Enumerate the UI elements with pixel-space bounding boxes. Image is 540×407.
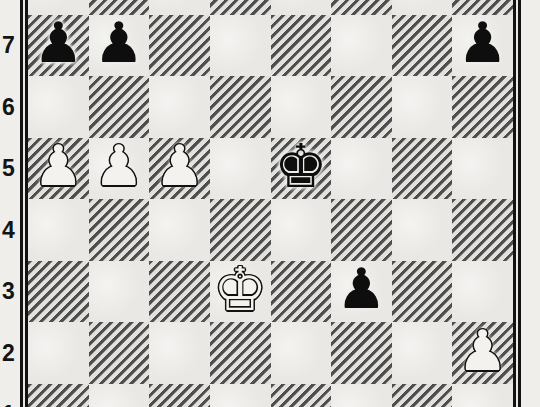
rank-label-4: 4 bbox=[0, 216, 17, 244]
square-g5[interactable] bbox=[392, 138, 453, 200]
square-c2[interactable] bbox=[149, 322, 210, 384]
black-pawn-f3[interactable]: ♟ bbox=[336, 261, 386, 317]
black-king-e5[interactable]: ♚ bbox=[274, 138, 328, 197]
square-f8[interactable] bbox=[331, 0, 392, 15]
black-pawn-b7[interactable]: ♟ bbox=[94, 15, 144, 71]
square-g6[interactable] bbox=[392, 76, 453, 138]
square-c3[interactable] bbox=[149, 261, 210, 323]
square-a2[interactable] bbox=[28, 322, 89, 384]
square-g4[interactable] bbox=[392, 199, 453, 261]
square-d2[interactable] bbox=[210, 322, 271, 384]
rank-label-5: 5 bbox=[0, 154, 17, 182]
square-d5[interactable] bbox=[210, 138, 271, 200]
white-pawn-h2[interactable]: ♟ bbox=[458, 323, 508, 379]
black-pawn-h7[interactable]: ♟ bbox=[458, 15, 508, 71]
square-h8[interactable] bbox=[452, 0, 513, 15]
square-h2[interactable]: ♟ bbox=[452, 322, 513, 384]
square-b8[interactable] bbox=[89, 0, 150, 15]
square-e3[interactable] bbox=[271, 261, 332, 323]
square-h3[interactable] bbox=[452, 261, 513, 323]
square-e7[interactable] bbox=[271, 15, 332, 77]
square-h7[interactable]: ♟ bbox=[452, 15, 513, 77]
square-b3[interactable] bbox=[89, 261, 150, 323]
square-h4[interactable] bbox=[452, 199, 513, 261]
white-king-d3[interactable]: ♚ bbox=[213, 261, 267, 320]
square-e5[interactable]: ♚ bbox=[271, 138, 332, 200]
black-pawn-a7[interactable]: ♟ bbox=[33, 15, 83, 71]
square-d6[interactable] bbox=[210, 76, 271, 138]
square-c6[interactable] bbox=[149, 76, 210, 138]
square-h6[interactable] bbox=[452, 76, 513, 138]
square-b2[interactable] bbox=[89, 322, 150, 384]
square-a6[interactable] bbox=[28, 76, 89, 138]
square-c1[interactable] bbox=[149, 384, 210, 407]
square-g7[interactable] bbox=[392, 15, 453, 77]
square-h1[interactable] bbox=[452, 384, 513, 407]
square-a1[interactable] bbox=[28, 384, 89, 407]
square-f2[interactable] bbox=[331, 322, 392, 384]
white-pawn-b5[interactable]: ♟ bbox=[94, 138, 144, 194]
square-a8[interactable] bbox=[28, 0, 89, 15]
square-f5[interactable] bbox=[331, 138, 392, 200]
square-c4[interactable] bbox=[149, 199, 210, 261]
square-b7[interactable]: ♟ bbox=[89, 15, 150, 77]
square-c7[interactable] bbox=[149, 15, 210, 77]
square-a5[interactable]: ♟ bbox=[28, 138, 89, 200]
rank-label-3: 3 bbox=[0, 277, 17, 305]
square-c5[interactable]: ♟ bbox=[149, 138, 210, 200]
chess-diagram: 7654321 ♟♟♟♟♟♟♚♚♟♟ bbox=[0, 0, 540, 407]
square-e1[interactable] bbox=[271, 384, 332, 407]
square-f4[interactable] bbox=[331, 199, 392, 261]
square-d7[interactable] bbox=[210, 15, 271, 77]
square-d1[interactable] bbox=[210, 384, 271, 407]
square-a4[interactable] bbox=[28, 199, 89, 261]
rank-label-2: 2 bbox=[0, 339, 17, 367]
square-f7[interactable] bbox=[331, 15, 392, 77]
square-d3[interactable]: ♚ bbox=[210, 261, 271, 323]
rank-label-7: 7 bbox=[0, 31, 17, 59]
square-h5[interactable] bbox=[452, 138, 513, 200]
board-frame: ♟♟♟♟♟♟♚♚♟♟ bbox=[20, 0, 521, 407]
square-e8[interactable] bbox=[271, 0, 332, 15]
square-a7[interactable]: ♟ bbox=[28, 15, 89, 77]
square-d8[interactable] bbox=[210, 0, 271, 15]
square-g1[interactable] bbox=[392, 384, 453, 407]
square-b4[interactable] bbox=[89, 199, 150, 261]
square-c8[interactable] bbox=[149, 0, 210, 15]
square-b5[interactable]: ♟ bbox=[89, 138, 150, 200]
rank-label-1: 1 bbox=[0, 400, 17, 407]
square-f3[interactable]: ♟ bbox=[331, 261, 392, 323]
white-pawn-a5[interactable]: ♟ bbox=[33, 138, 83, 194]
square-g2[interactable] bbox=[392, 322, 453, 384]
square-e4[interactable] bbox=[271, 199, 332, 261]
square-g8[interactable] bbox=[392, 0, 453, 15]
square-f1[interactable] bbox=[331, 384, 392, 407]
rank-label-6: 6 bbox=[0, 93, 17, 121]
square-e2[interactable] bbox=[271, 322, 332, 384]
square-e6[interactable] bbox=[271, 76, 332, 138]
board-grid: ♟♟♟♟♟♟♚♚♟♟ bbox=[28, 0, 513, 407]
white-pawn-c5[interactable]: ♟ bbox=[154, 138, 204, 194]
square-d4[interactable] bbox=[210, 199, 271, 261]
square-g3[interactable] bbox=[392, 261, 453, 323]
square-f6[interactable] bbox=[331, 76, 392, 138]
square-b6[interactable] bbox=[89, 76, 150, 138]
square-b1[interactable] bbox=[89, 384, 150, 407]
square-a3[interactable] bbox=[28, 261, 89, 323]
